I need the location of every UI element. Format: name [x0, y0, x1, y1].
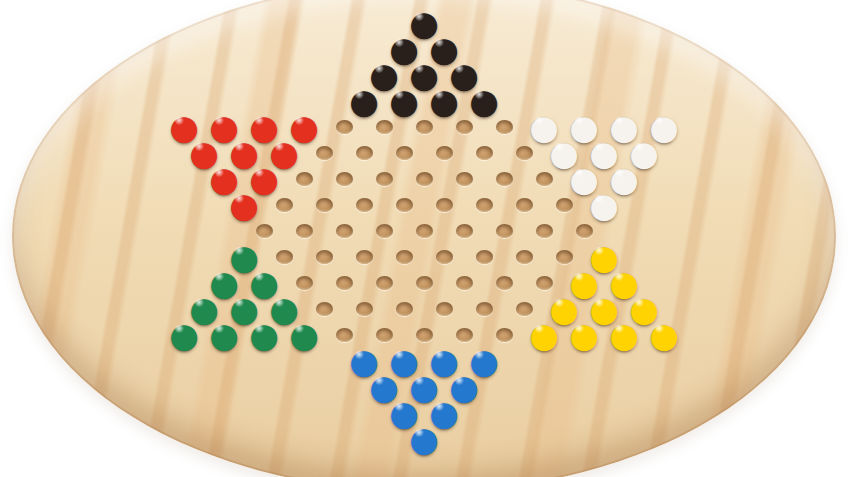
- hole-pit: [276, 198, 293, 212]
- peg-yellow[interactable]: ●: [604, 322, 644, 348]
- board-hole[interactable]: [344, 192, 384, 218]
- hole-pit: [456, 172, 473, 186]
- peg-green[interactable]: ●: [244, 322, 284, 348]
- hole-pit: [296, 172, 313, 186]
- hole-pit: [376, 172, 393, 186]
- peg-ball: ●: [429, 88, 459, 114]
- hole-pit: [476, 198, 493, 212]
- hole-pit: [416, 172, 433, 186]
- board-hole[interactable]: [444, 270, 484, 296]
- peg-red[interactable]: ●: [224, 192, 264, 218]
- hole-pit: [516, 146, 533, 160]
- hole-pit: [516, 250, 533, 264]
- hole-pit: [436, 198, 453, 212]
- peg-yellow[interactable]: ●: [644, 322, 684, 348]
- hole-pit: [536, 172, 553, 186]
- hole-pit: [296, 224, 313, 238]
- hole-pit: [496, 276, 513, 290]
- board-row: ●: [404, 426, 444, 452]
- hole-pit: [556, 198, 573, 212]
- board-row: ●●: [224, 192, 624, 218]
- hole-pit: [376, 328, 393, 342]
- hole-pit: [576, 224, 593, 238]
- peg-ball: ●: [209, 322, 239, 348]
- board-row: ●●●: [364, 374, 484, 400]
- board-hole[interactable]: [464, 192, 504, 218]
- hole-pit: [336, 328, 353, 342]
- board-hole[interactable]: [384, 192, 424, 218]
- hole-pit: [316, 302, 333, 316]
- board-hole[interactable]: [444, 218, 484, 244]
- board-hole[interactable]: [324, 166, 364, 192]
- hole-pit: [316, 250, 333, 264]
- board-hole[interactable]: [464, 140, 504, 166]
- board-hole[interactable]: [324, 270, 364, 296]
- hole-pit: [316, 198, 333, 212]
- hole-pit: [356, 302, 373, 316]
- peg-black[interactable]: ●: [344, 88, 384, 114]
- peg-ball: ●: [349, 88, 379, 114]
- board-hole[interactable]: [484, 270, 524, 296]
- peg-blue[interactable]: ●: [404, 426, 444, 452]
- board-row: ●●●●●●●●: [164, 322, 684, 348]
- hole-pit: [496, 120, 513, 134]
- peg-ball: ●: [249, 322, 279, 348]
- hole-pit: [476, 146, 493, 160]
- board-hole[interactable]: [364, 218, 404, 244]
- board-hole[interactable]: [404, 218, 444, 244]
- peg-green[interactable]: ●: [284, 322, 324, 348]
- board-hole[interactable]: [424, 244, 464, 270]
- board-row: ●●: [224, 244, 624, 270]
- hole-pit: [416, 120, 433, 134]
- peg-ball: ●: [389, 88, 419, 114]
- board-hole[interactable]: [484, 166, 524, 192]
- hole-pit: [436, 250, 453, 264]
- hole-pit: [436, 302, 453, 316]
- board-hole[interactable]: [284, 218, 324, 244]
- peg-ball: ●: [589, 192, 619, 218]
- hole-pit: [356, 146, 373, 160]
- hole-pit: [336, 276, 353, 290]
- hole-pit: [416, 224, 433, 238]
- hole-pit: [376, 276, 393, 290]
- peg-yellow[interactable]: ●: [524, 322, 564, 348]
- hole-pit: [516, 198, 533, 212]
- hole-pit: [276, 250, 293, 264]
- peg-black[interactable]: ●: [464, 88, 504, 114]
- board-hole[interactable]: [524, 218, 564, 244]
- board-row: ●●●: [364, 62, 484, 88]
- board-hole[interactable]: [384, 244, 424, 270]
- peg-ball: ●: [569, 322, 599, 348]
- board-row: ●●●●: [344, 88, 504, 114]
- hole-pit: [396, 146, 413, 160]
- peg-ball: ●: [609, 322, 639, 348]
- board-hole[interactable]: [464, 296, 504, 322]
- board-hole[interactable]: [444, 166, 484, 192]
- hole-pit: [396, 198, 413, 212]
- board-hole[interactable]: [504, 244, 544, 270]
- board-hole[interactable]: [404, 270, 444, 296]
- hole-pit: [416, 328, 433, 342]
- hole-pit: [456, 224, 473, 238]
- hole-pit: [496, 224, 513, 238]
- hole-pit: [456, 276, 473, 290]
- board-hole[interactable]: [384, 140, 424, 166]
- peg-white[interactable]: ●: [584, 192, 624, 218]
- board-hole[interactable]: [404, 166, 444, 192]
- board-hole[interactable]: [324, 218, 364, 244]
- board-hole[interactable]: [464, 244, 504, 270]
- product-photo-stage: ●●●●●●●●●●●●●●●●●●●●●●●●●●●●●●●●●●●●●●●●…: [0, 0, 848, 477]
- hole-pit: [476, 302, 493, 316]
- peg-ball: ●: [289, 322, 319, 348]
- hole-pit: [556, 250, 573, 264]
- peg-green[interactable]: ●: [164, 322, 204, 348]
- hole-pit: [436, 146, 453, 160]
- peg-green[interactable]: ●: [204, 322, 244, 348]
- peg-ball: ●: [169, 322, 199, 348]
- chinese-checkers-board: ●●●●●●●●●●●●●●●●●●●●●●●●●●●●●●●●●●●●●●●●…: [12, 0, 836, 477]
- hole-pit: [456, 328, 473, 342]
- peg-yellow[interactable]: ●: [564, 322, 604, 348]
- board-grid: ●●●●●●●●●●●●●●●●●●●●●●●●●●●●●●●●●●●●●●●●…: [164, 10, 684, 452]
- board-hole[interactable]: [344, 244, 384, 270]
- hole-pit: [496, 172, 513, 186]
- board-hole[interactable]: [344, 140, 384, 166]
- hole-pit: [336, 172, 353, 186]
- board-hole[interactable]: [424, 192, 464, 218]
- board-hole[interactable]: [304, 192, 344, 218]
- hole-pit: [376, 120, 393, 134]
- board-hole[interactable]: [484, 218, 524, 244]
- hole-pit: [356, 198, 373, 212]
- board-row: [244, 218, 604, 244]
- peg-ball: ●: [229, 192, 259, 218]
- hole-pit: [336, 120, 353, 134]
- hole-pit: [476, 250, 493, 264]
- hole-pit: [396, 302, 413, 316]
- hole-pit: [536, 224, 553, 238]
- hole-pit: [256, 224, 273, 238]
- hole-pit: [536, 276, 553, 290]
- board-hole[interactable]: [424, 140, 464, 166]
- peg-black[interactable]: ●: [384, 88, 424, 114]
- board-hole[interactable]: [424, 296, 464, 322]
- board-hole[interactable]: [504, 192, 544, 218]
- hole-pit: [376, 224, 393, 238]
- peg-ball: ●: [409, 426, 439, 452]
- peg-black[interactable]: ●: [424, 88, 464, 114]
- hole-pit: [336, 224, 353, 238]
- hole-pit: [396, 250, 413, 264]
- peg-ball: ●: [649, 322, 679, 348]
- board-hole[interactable]: [384, 296, 424, 322]
- board-hole[interactable]: [344, 296, 384, 322]
- hole-pit: [356, 250, 373, 264]
- peg-ball: ●: [469, 88, 499, 114]
- hole-pit: [416, 276, 433, 290]
- hole-pit: [296, 276, 313, 290]
- hole-pit: [516, 302, 533, 316]
- peg-ball: ●: [529, 322, 559, 348]
- hole-pit: [456, 120, 473, 134]
- board-hole[interactable]: [364, 270, 404, 296]
- board-hole[interactable]: [304, 244, 344, 270]
- board-hole[interactable]: [364, 166, 404, 192]
- hole-pit: [496, 328, 513, 342]
- board-row: ●●●●: [204, 166, 644, 192]
- hole-pit: [316, 146, 333, 160]
